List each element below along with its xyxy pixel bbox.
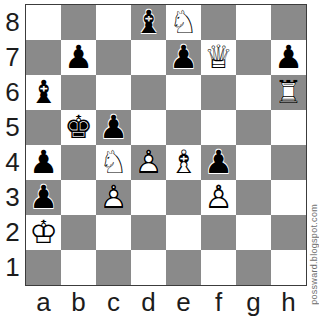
- white-pawn[interactable]: ♟♙: [131, 145, 166, 180]
- square-b1[interactable]: [61, 250, 96, 285]
- rank-label-2: 2: [0, 215, 25, 250]
- piece-glyph: ♗: [169, 145, 198, 180]
- piece-glyph: ♘: [169, 5, 198, 40]
- white-knight[interactable]: ♞♘: [166, 5, 201, 40]
- square-h5[interactable]: [271, 110, 306, 145]
- black-pawn[interactable]: ♟: [26, 145, 61, 180]
- square-h1[interactable]: [271, 250, 306, 285]
- square-g1[interactable]: [236, 250, 271, 285]
- black-king[interactable]: ♚: [61, 110, 96, 145]
- square-e4[interactable]: ♝♗: [166, 145, 201, 180]
- file-labels: abcdefgh: [25, 286, 307, 318]
- black-pawn[interactable]: ♟: [166, 40, 201, 75]
- rank-label-7: 7: [0, 40, 25, 75]
- file-label-c: c: [96, 286, 131, 318]
- square-g2[interactable]: [236, 215, 271, 250]
- square-d6[interactable]: [131, 75, 166, 110]
- square-b8[interactable]: [61, 5, 96, 40]
- square-b2[interactable]: [61, 215, 96, 250]
- square-b7[interactable]: ♟: [61, 40, 96, 75]
- square-a1[interactable]: [26, 250, 61, 285]
- square-d5[interactable]: [131, 110, 166, 145]
- piece-glyph: ♟: [204, 145, 233, 180]
- square-a5[interactable]: [26, 110, 61, 145]
- square-f5[interactable]: [201, 110, 236, 145]
- square-b3[interactable]: [61, 180, 96, 215]
- black-bishop[interactable]: ♝: [26, 75, 61, 110]
- rank-label-1: 1: [0, 250, 25, 285]
- square-e7[interactable]: ♟: [166, 40, 201, 75]
- square-c6[interactable]: [96, 75, 131, 110]
- piece-glyph: ♖: [274, 75, 303, 110]
- piece-glyph: ♙: [134, 145, 163, 180]
- square-c1[interactable]: [96, 250, 131, 285]
- square-f6[interactable]: [201, 75, 236, 110]
- piece-glyph: ♟: [29, 180, 58, 215]
- rank-label-4: 4: [0, 145, 25, 180]
- square-d3[interactable]: [131, 180, 166, 215]
- black-pawn[interactable]: ♟: [271, 40, 306, 75]
- diagram-layout: 87654321 ♝♞♘♟♟♛♕♟♝♜♖♚♟♟♞♘♟♙♝♗♟♟♟♙♟♙♚♔ ab…: [0, 4, 307, 318]
- file-label-b: b: [61, 286, 96, 318]
- white-knight[interactable]: ♞♘: [96, 145, 131, 180]
- file-label-f: f: [201, 286, 236, 318]
- square-a3[interactable]: ♟: [26, 180, 61, 215]
- white-pawn[interactable]: ♟♙: [96, 180, 131, 215]
- square-d7[interactable]: [131, 40, 166, 75]
- square-h3[interactable]: [271, 180, 306, 215]
- rank-labels: 87654321: [0, 4, 25, 286]
- white-pawn[interactable]: ♟♙: [201, 180, 236, 215]
- watermark-text: possward.blogspot.com: [309, 204, 319, 305]
- square-d1[interactable]: [131, 250, 166, 285]
- square-e5[interactable]: [166, 110, 201, 145]
- black-bishop[interactable]: ♝: [131, 5, 166, 40]
- white-king[interactable]: ♚♔: [26, 215, 61, 250]
- square-c4[interactable]: ♞♘: [96, 145, 131, 180]
- square-g5[interactable]: [236, 110, 271, 145]
- square-a6[interactable]: ♝: [26, 75, 61, 110]
- piece-glyph: ♟: [99, 110, 128, 145]
- square-a8[interactable]: [26, 5, 61, 40]
- square-g7[interactable]: [236, 40, 271, 75]
- piece-glyph: ♔: [29, 215, 58, 250]
- square-a7[interactable]: [26, 40, 61, 75]
- white-queen[interactable]: ♛♕: [201, 40, 236, 75]
- piece-glyph: ♝: [29, 75, 58, 110]
- black-pawn[interactable]: ♟: [201, 145, 236, 180]
- square-e2[interactable]: [166, 215, 201, 250]
- square-b6[interactable]: [61, 75, 96, 110]
- chess-diagram: 87654321 ♝♞♘♟♟♛♕♟♝♜♖♚♟♟♞♘♟♙♝♗♟♟♟♙♟♙♚♔ ab…: [0, 0, 320, 318]
- file-label-d: d: [131, 286, 166, 318]
- square-b4[interactable]: [61, 145, 96, 180]
- piece-glyph: ♟: [274, 40, 303, 75]
- square-f7[interactable]: ♛♕: [201, 40, 236, 75]
- square-c3[interactable]: ♟♙: [96, 180, 131, 215]
- file-label-g: g: [236, 286, 271, 318]
- square-b5[interactable]: ♚: [61, 110, 96, 145]
- square-g3[interactable]: [236, 180, 271, 215]
- chess-board: ♝♞♘♟♟♛♕♟♝♜♖♚♟♟♞♘♟♙♝♗♟♟♟♙♟♙♚♔: [25, 4, 307, 286]
- square-c7[interactable]: [96, 40, 131, 75]
- rank-label-8: 8: [0, 5, 25, 40]
- square-f8[interactable]: [201, 5, 236, 40]
- square-a4[interactable]: ♟: [26, 145, 61, 180]
- square-h8[interactable]: [271, 5, 306, 40]
- square-f1[interactable]: [201, 250, 236, 285]
- rank-label-3: 3: [0, 180, 25, 215]
- file-label-a: a: [26, 286, 61, 318]
- square-f3[interactable]: ♟♙: [201, 180, 236, 215]
- piece-glyph: ♟: [64, 40, 93, 75]
- square-h7[interactable]: ♟: [271, 40, 306, 75]
- square-c8[interactable]: [96, 5, 131, 40]
- piece-glyph: ♘: [99, 145, 128, 180]
- piece-glyph: ♝: [134, 5, 163, 40]
- black-pawn[interactable]: ♟: [61, 40, 96, 75]
- black-pawn[interactable]: ♟: [26, 180, 61, 215]
- square-e8[interactable]: ♞♘: [166, 5, 201, 40]
- square-a2[interactable]: ♚♔: [26, 215, 61, 250]
- file-label-h: h: [271, 286, 306, 318]
- piece-glyph: ♚: [64, 110, 93, 145]
- rank-label-6: 6: [0, 75, 25, 110]
- square-d8[interactable]: ♝: [131, 5, 166, 40]
- square-g8[interactable]: [236, 5, 271, 40]
- square-d4[interactable]: ♟♙: [131, 145, 166, 180]
- square-h2[interactable]: [271, 215, 306, 250]
- square-g6[interactable]: [236, 75, 271, 110]
- piece-glyph: ♕: [204, 40, 233, 75]
- piece-glyph: ♙: [99, 180, 128, 215]
- file-label-e: e: [166, 286, 201, 318]
- piece-glyph: ♟: [29, 145, 58, 180]
- square-c2[interactable]: [96, 215, 131, 250]
- square-f2[interactable]: [201, 215, 236, 250]
- piece-glyph: ♟: [169, 40, 198, 75]
- square-g4[interactable]: [236, 145, 271, 180]
- black-pawn[interactable]: ♟: [96, 110, 131, 145]
- square-c5[interactable]: ♟: [96, 110, 131, 145]
- square-h4[interactable]: [271, 145, 306, 180]
- rank-label-5: 5: [0, 110, 25, 145]
- square-e6[interactable]: [166, 75, 201, 110]
- piece-glyph: ♙: [204, 180, 233, 215]
- square-e3[interactable]: [166, 180, 201, 215]
- square-f4[interactable]: ♟: [201, 145, 236, 180]
- white-rook[interactable]: ♜♖: [271, 75, 306, 110]
- white-bishop[interactable]: ♝♗: [166, 145, 201, 180]
- square-h6[interactable]: ♜♖: [271, 75, 306, 110]
- square-d2[interactable]: [131, 215, 166, 250]
- square-e1[interactable]: [166, 250, 201, 285]
